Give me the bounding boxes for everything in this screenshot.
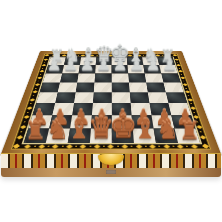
square-d6[interactable] (94, 73, 111, 82)
inlay-corner-ornament (13, 144, 21, 149)
inlay-diamond (37, 76, 42, 79)
square-f1[interactable]: ♝ (133, 128, 156, 143)
inlay-diamond (108, 144, 114, 148)
inlay-diamond (16, 135, 22, 139)
square-b7[interactable]: ♟ (62, 65, 80, 73)
inlay-dot (38, 81, 40, 82)
piece-copper-knight[interactable]: ♞ (155, 117, 178, 143)
inlay-dot (78, 55, 79, 56)
square-c6[interactable] (77, 73, 95, 82)
inlay-diamond (41, 64, 45, 66)
inlay-diamond (66, 144, 72, 148)
inlay-strip-bottom (21, 144, 201, 149)
inlay-dot (162, 55, 163, 56)
inlay-dot (131, 146, 133, 147)
square-h6[interactable] (161, 73, 180, 82)
square-e4[interactable] (112, 92, 131, 103)
square-e1[interactable]: ♚ (112, 128, 134, 143)
piece-silver-pawn[interactable]: ♟ (80, 57, 95, 73)
inlay-dot (145, 146, 147, 147)
square-a4[interactable] (36, 92, 57, 103)
inlay-dot (96, 55, 97, 56)
square-b5[interactable] (58, 83, 78, 93)
inlay-dot (200, 131, 202, 132)
inlay-dot (30, 103, 32, 104)
inlay-dot (190, 103, 192, 104)
square-d7[interactable]: ♟ (95, 65, 112, 73)
inlay-dot (186, 146, 188, 147)
inlay-diamond (80, 144, 86, 148)
square-g1[interactable]: ♞ (154, 128, 178, 143)
inlay-dot (75, 146, 77, 147)
inlay-dot (188, 95, 190, 96)
piece-silver-pawn[interactable]: ♟ (129, 57, 144, 73)
inlay-diamond (39, 70, 44, 72)
square-f4[interactable] (130, 92, 150, 103)
square-g5[interactable] (146, 83, 166, 93)
inlay-dot (59, 55, 60, 56)
square-d4[interactable] (93, 92, 112, 103)
inlay-dot (89, 146, 91, 147)
inlay-dot (179, 68, 181, 69)
inlay-border-band: ♜♞♝♛♚♝♞♜♟♟♟♟♟♟♟♟♟♟♟♟♟♟♟♟♜♞♝♛♚♝♞♜ (11, 54, 211, 150)
inlay-dot (183, 81, 185, 82)
inlay-dot (33, 95, 35, 96)
square-e5[interactable] (112, 83, 130, 93)
inlay-dot (27, 112, 29, 113)
inlay-dot (152, 55, 153, 56)
inlay-dot (40, 74, 42, 75)
inlay-dot (117, 146, 119, 147)
inlay-diamond (163, 144, 169, 148)
inlay-diamond (149, 144, 155, 148)
inlay-diamond (94, 144, 100, 148)
inlay-diamond (177, 144, 183, 148)
inlay-diamond (25, 144, 31, 148)
inlay-diamond (39, 144, 45, 148)
board-3d-plane: ♜♞♝♛♚♝♞♜♟♟♟♟♟♟♟♟♟♟♟♟♟♟♟♟♜♞♝♛♚♝♞♜ (0, 51, 221, 155)
inlay-diamond (52, 144, 58, 148)
piece-copper-rook[interactable]: ♜ (178, 119, 199, 143)
inlay-dot (103, 146, 105, 147)
piece-silver-pawn[interactable]: ♟ (63, 57, 78, 73)
square-h7[interactable]: ♟ (159, 65, 178, 73)
square-e6[interactable] (112, 73, 129, 82)
square-f7[interactable]: ♟ (127, 65, 144, 73)
inlay-dot (48, 146, 50, 147)
piece-silver-pawn[interactable]: ♟ (146, 57, 161, 73)
square-c4[interactable] (74, 92, 94, 103)
square-b4[interactable] (55, 92, 76, 103)
inlay-diamond (35, 83, 40, 86)
square-h5[interactable] (163, 83, 183, 93)
inlay-dot (61, 146, 63, 147)
square-c5[interactable] (76, 83, 95, 93)
piece-silver-pawn[interactable]: ♟ (96, 57, 111, 73)
inlay-diamond (191, 144, 197, 148)
piece-copper-knight[interactable]: ♞ (45, 117, 68, 143)
inlay-corner-ornament (202, 144, 210, 149)
inlay-dot (172, 146, 174, 147)
inlay-dot (158, 146, 160, 147)
inlay-dot (115, 55, 116, 56)
inlay-dot (181, 74, 183, 75)
box-front-edge (1, 153, 221, 177)
inlay-dot (35, 88, 37, 89)
inlay-dot (44, 62, 45, 63)
inlay-diamond (29, 98, 34, 101)
piece-copper-bishop[interactable]: ♝ (133, 115, 157, 142)
piece-silver-pawn[interactable]: ♟ (113, 57, 128, 73)
square-f6[interactable] (128, 73, 146, 82)
square-b6[interactable] (60, 73, 79, 82)
inlay-diamond (122, 144, 128, 148)
board-grid: ♜♞♝♛♚♝♞♜♟♟♟♟♟♟♟♟♟♟♟♟♟♟♟♟♜♞♝♛♚♝♞♜ (21, 57, 202, 145)
square-c7[interactable]: ♟ (79, 65, 96, 73)
square-f5[interactable] (129, 83, 148, 93)
hinge-icon (106, 170, 116, 174)
square-a7[interactable]: ♟ (46, 65, 64, 73)
inlay-dot (134, 55, 135, 56)
inlay-dot (143, 55, 144, 56)
inlay-dot (42, 68, 44, 69)
inlay-diamond (32, 91, 37, 94)
square-d5[interactable] (94, 83, 112, 93)
inlay-dot (20, 131, 22, 132)
square-g7[interactable]: ♟ (143, 65, 161, 73)
chess-set-photo: ♜♞♝♛♚♝♞♜♟♟♟♟♟♟♟♟♟♟♟♟♟♟♟♟♜♞♝♛♚♝♞♜ (0, 0, 222, 222)
inlay-dot (185, 88, 187, 89)
inlay-diamond (136, 144, 142, 148)
board-wood-frame: ♜♞♝♛♚♝♞♜♟♟♟♟♟♟♟♟♟♟♟♟♟♟♟♟♜♞♝♛♚♝♞♜ (0, 51, 221, 155)
piece-copper-rook[interactable]: ♜ (24, 119, 45, 143)
inlay-dot (34, 146, 36, 147)
square-h4[interactable] (166, 92, 188, 103)
square-e7[interactable]: ♟ (112, 65, 129, 73)
square-a5[interactable] (40, 83, 60, 93)
square-h1[interactable]: ♜ (175, 128, 201, 143)
